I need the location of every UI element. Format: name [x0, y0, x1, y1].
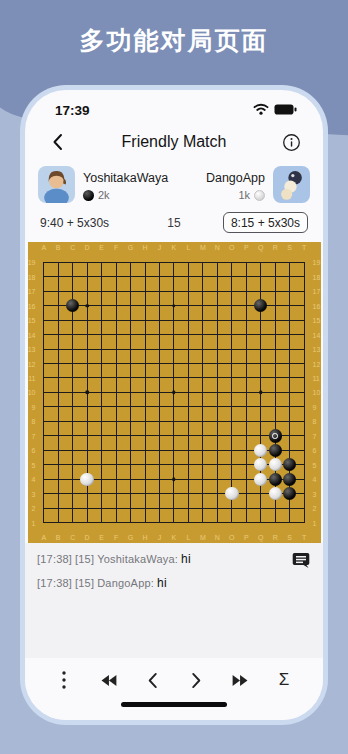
board-intersection[interactable]	[297, 400, 311, 414]
board-intersection[interactable]	[51, 443, 65, 457]
board-intersection[interactable]	[65, 487, 79, 501]
board-intersection[interactable]	[80, 313, 94, 327]
board-intersection[interactable]	[239, 487, 253, 501]
white-player-card[interactable]: DangoApp 1k	[206, 166, 310, 203]
board-intersection[interactable]	[196, 269, 210, 283]
previous-move-button[interactable]	[137, 665, 167, 695]
board-intersection[interactable]	[37, 371, 51, 385]
board-intersection[interactable]	[94, 371, 108, 385]
board-intersection[interactable]	[225, 385, 239, 399]
board-intersection[interactable]	[152, 255, 166, 269]
next-move-button[interactable]	[181, 665, 211, 695]
board-intersection[interactable]	[282, 414, 296, 428]
board-intersection[interactable]	[239, 458, 253, 472]
board-intersection[interactable]	[210, 501, 224, 515]
board-intersection[interactable]	[152, 356, 166, 370]
board-intersection[interactable]	[123, 443, 137, 457]
board-intersection[interactable]	[268, 255, 282, 269]
board-intersection[interactable]	[181, 487, 195, 501]
board-intersection[interactable]	[152, 313, 166, 327]
board-intersection[interactable]	[297, 487, 311, 501]
board-intersection[interactable]	[210, 414, 224, 428]
board-intersection[interactable]	[65, 472, 79, 486]
board-intersection[interactable]	[254, 429, 268, 443]
board-intersection[interactable]	[239, 313, 253, 327]
board-intersection[interactable]	[196, 356, 210, 370]
board-intersection[interactable]	[181, 371, 195, 385]
back-button[interactable]	[45, 130, 69, 154]
board-intersection[interactable]	[167, 487, 181, 501]
board-intersection[interactable]	[297, 269, 311, 283]
board-intersection[interactable]	[109, 327, 123, 341]
board-intersection[interactable]	[282, 385, 296, 399]
board-intersection[interactable]	[181, 472, 195, 486]
board-intersection[interactable]	[225, 515, 239, 529]
board-intersection[interactable]	[268, 385, 282, 399]
board-intersection[interactable]	[123, 515, 137, 529]
board-intersection[interactable]	[254, 487, 268, 501]
board-intersection[interactable]	[210, 400, 224, 414]
board-intersection[interactable]	[123, 342, 137, 356]
board-intersection[interactable]	[196, 284, 210, 298]
board-intersection[interactable]	[109, 487, 123, 501]
board-intersection[interactable]	[37, 487, 51, 501]
board-intersection[interactable]	[210, 284, 224, 298]
board-intersection[interactable]	[210, 298, 224, 312]
board-intersection[interactable]	[138, 414, 152, 428]
board-intersection[interactable]	[181, 269, 195, 283]
board-intersection[interactable]	[254, 385, 268, 399]
board-intersection[interactable]	[37, 342, 51, 356]
board-intersection[interactable]	[181, 515, 195, 529]
board-intersection[interactable]	[123, 371, 137, 385]
board-intersection[interactable]	[94, 487, 108, 501]
board-intersection[interactable]	[152, 501, 166, 515]
board-intersection[interactable]	[225, 356, 239, 370]
board-intersection[interactable]	[181, 400, 195, 414]
board-intersection[interactable]	[37, 472, 51, 486]
board-intersection[interactable]	[297, 472, 311, 486]
board-intersection[interactable]	[109, 414, 123, 428]
board-intersection[interactable]	[51, 515, 65, 529]
board-intersection[interactable]	[196, 371, 210, 385]
board-intersection[interactable]	[268, 400, 282, 414]
board-intersection[interactable]	[123, 255, 137, 269]
board-intersection[interactable]	[80, 284, 94, 298]
board-intersection[interactable]	[254, 313, 268, 327]
board-intersection[interactable]	[181, 327, 195, 341]
board-intersection[interactable]	[37, 400, 51, 414]
board-intersection[interactable]	[282, 443, 296, 457]
board-intersection[interactable]	[80, 298, 94, 312]
board-intersection[interactable]	[94, 255, 108, 269]
board-intersection[interactable]	[167, 342, 181, 356]
board-intersection[interactable]	[65, 443, 79, 457]
board-intersection[interactable]	[65, 501, 79, 515]
board-intersection[interactable]	[225, 298, 239, 312]
board-intersection[interactable]	[51, 501, 65, 515]
board-intersection[interactable]	[282, 371, 296, 385]
board-intersection[interactable]	[65, 429, 79, 443]
board-intersection[interactable]	[282, 472, 296, 486]
board-intersection[interactable]	[94, 284, 108, 298]
board-intersection[interactable]	[254, 269, 268, 283]
board-intersection[interactable]	[225, 342, 239, 356]
board-intersection[interactable]	[109, 429, 123, 443]
board-intersection[interactable]	[196, 501, 210, 515]
board-intersection[interactable]	[109, 501, 123, 515]
board-intersection[interactable]	[210, 255, 224, 269]
board-intersection[interactable]	[65, 371, 79, 385]
board-intersection[interactable]	[80, 371, 94, 385]
board-intersection[interactable]	[51, 487, 65, 501]
board-intersection[interactable]	[239, 385, 253, 399]
board-intersection[interactable]	[282, 356, 296, 370]
board-intersection[interactable]	[282, 298, 296, 312]
board-intersection[interactable]	[239, 414, 253, 428]
board-intersection[interactable]	[138, 255, 152, 269]
home-indicator[interactable]	[121, 702, 227, 707]
board-intersection[interactable]	[196, 458, 210, 472]
board-intersection[interactable]	[196, 429, 210, 443]
board-intersection[interactable]	[297, 356, 311, 370]
board-intersection[interactable]	[254, 414, 268, 428]
board-intersection[interactable]	[109, 472, 123, 486]
board-intersection[interactable]	[51, 414, 65, 428]
board-intersection[interactable]	[109, 269, 123, 283]
board-intersection[interactable]	[123, 313, 137, 327]
board-intersection[interactable]	[138, 356, 152, 370]
board-intersection[interactable]	[268, 327, 282, 341]
board-intersection[interactable]	[225, 414, 239, 428]
board-intersection[interactable]	[282, 400, 296, 414]
board-intersection[interactable]	[37, 515, 51, 529]
board-intersection[interactable]	[152, 269, 166, 283]
board-intersection[interactable]	[210, 342, 224, 356]
board-intersection[interactable]	[51, 458, 65, 472]
board-intersection[interactable]	[94, 443, 108, 457]
board-intersection[interactable]	[225, 472, 239, 486]
board-intersection[interactable]	[210, 458, 224, 472]
board-intersection[interactable]	[167, 269, 181, 283]
board-intersection[interactable]	[51, 400, 65, 414]
board-intersection[interactable]	[80, 414, 94, 428]
board-intersection[interactable]	[94, 458, 108, 472]
board-intersection[interactable]	[181, 313, 195, 327]
board-intersection[interactable]	[37, 269, 51, 283]
board-intersection[interactable]	[109, 342, 123, 356]
board-intersection[interactable]	[80, 327, 94, 341]
board-intersection[interactable]	[225, 284, 239, 298]
board-intersection[interactable]	[282, 255, 296, 269]
board-intersection[interactable]	[138, 284, 152, 298]
board-intersection[interactable]	[210, 327, 224, 341]
board-intersection[interactable]	[181, 284, 195, 298]
board-intersection[interactable]	[239, 400, 253, 414]
board-intersection[interactable]	[210, 371, 224, 385]
board-intersection[interactable]	[196, 342, 210, 356]
board-intersection[interactable]	[65, 342, 79, 356]
board-intersection[interactable]	[268, 487, 282, 501]
board-intersection[interactable]	[138, 298, 152, 312]
board-intersection[interactable]	[123, 284, 137, 298]
board-intersection[interactable]	[138, 269, 152, 283]
board-intersection[interactable]	[297, 515, 311, 529]
board-intersection[interactable]	[196, 385, 210, 399]
board-intersection[interactable]	[268, 313, 282, 327]
board-intersection[interactable]	[196, 313, 210, 327]
board-intersection[interactable]	[167, 472, 181, 486]
board-intersection[interactable]	[254, 472, 268, 486]
board-intersection[interactable]	[152, 298, 166, 312]
board-intersection[interactable]	[138, 487, 152, 501]
board-intersection[interactable]	[80, 342, 94, 356]
board-intersection[interactable]	[123, 487, 137, 501]
board-intersection[interactable]	[254, 327, 268, 341]
board-intersection[interactable]	[167, 327, 181, 341]
board-intersection[interactable]	[37, 313, 51, 327]
board-intersection[interactable]	[94, 269, 108, 283]
board-intersection[interactable]	[282, 515, 296, 529]
board-intersection[interactable]	[94, 501, 108, 515]
board-intersection[interactable]	[152, 515, 166, 529]
board-intersection[interactable]	[167, 429, 181, 443]
board-intersection[interactable]	[297, 501, 311, 515]
board-intersection[interactable]	[282, 487, 296, 501]
board-intersection[interactable]	[282, 269, 296, 283]
board-intersection[interactable]	[65, 327, 79, 341]
board-intersection[interactable]	[239, 284, 253, 298]
board-intersection[interactable]	[123, 298, 137, 312]
board-intersection[interactable]	[268, 443, 282, 457]
board-intersection[interactable]	[282, 458, 296, 472]
board-intersection[interactable]	[138, 327, 152, 341]
board-intersection[interactable]	[181, 255, 195, 269]
board-intersection[interactable]	[239, 429, 253, 443]
board-intersection[interactable]	[138, 443, 152, 457]
board-intersection[interactable]	[210, 515, 224, 529]
board-intersection[interactable]	[109, 356, 123, 370]
board-intersection[interactable]	[297, 298, 311, 312]
board-intersection[interactable]	[297, 284, 311, 298]
board-intersection[interactable]	[80, 501, 94, 515]
board-intersection[interactable]	[167, 443, 181, 457]
board-intersection[interactable]	[37, 385, 51, 399]
board-intersection[interactable]	[210, 429, 224, 443]
board-intersection[interactable]	[196, 515, 210, 529]
board-intersection[interactable]	[109, 313, 123, 327]
board-intersection[interactable]	[152, 414, 166, 428]
board-intersection[interactable]	[239, 327, 253, 341]
board-intersection[interactable]	[181, 429, 195, 443]
board-intersection[interactable]	[109, 371, 123, 385]
board-intersection[interactable]	[138, 515, 152, 529]
board-intersection[interactable]	[37, 356, 51, 370]
score-estimate-button[interactable]: Σ	[269, 665, 299, 695]
board-intersection[interactable]	[152, 443, 166, 457]
board-intersection[interactable]	[196, 443, 210, 457]
board-intersection[interactable]	[138, 501, 152, 515]
board-intersection[interactable]	[282, 501, 296, 515]
board-intersection[interactable]	[80, 458, 94, 472]
board-intersection[interactable]	[123, 269, 137, 283]
board-intersection[interactable]	[181, 501, 195, 515]
board-intersection[interactable]	[297, 458, 311, 472]
board-intersection[interactable]	[268, 472, 282, 486]
board-intersection[interactable]	[196, 414, 210, 428]
board-intersection[interactable]	[94, 414, 108, 428]
board-intersection[interactable]	[138, 313, 152, 327]
board-intersection[interactable]	[65, 400, 79, 414]
board-intersection[interactable]	[297, 414, 311, 428]
board-intersection[interactable]	[51, 342, 65, 356]
board-intersection[interactable]	[167, 400, 181, 414]
board-intersection[interactable]	[254, 284, 268, 298]
board-intersection[interactable]	[268, 414, 282, 428]
board-intersection[interactable]	[225, 501, 239, 515]
board-intersection[interactable]	[51, 371, 65, 385]
board-intersection[interactable]	[94, 313, 108, 327]
board-intersection[interactable]	[210, 313, 224, 327]
board-intersection[interactable]	[152, 327, 166, 341]
board-intersection[interactable]	[297, 255, 311, 269]
board-intersection[interactable]	[167, 356, 181, 370]
board-intersection[interactable]	[268, 371, 282, 385]
board-intersection[interactable]	[109, 515, 123, 529]
board-intersection[interactable]	[254, 342, 268, 356]
board-intersection[interactable]	[80, 269, 94, 283]
board-intersection[interactable]	[239, 298, 253, 312]
board-intersection[interactable]	[210, 487, 224, 501]
rewind-to-start-button[interactable]	[93, 665, 123, 695]
board-intersection[interactable]	[51, 472, 65, 486]
board-intersection[interactable]	[94, 400, 108, 414]
board-intersection[interactable]	[181, 298, 195, 312]
board-intersection[interactable]	[225, 400, 239, 414]
board-intersection[interactable]	[37, 443, 51, 457]
board-intersection[interactable]	[167, 414, 181, 428]
board-intersection[interactable]	[225, 458, 239, 472]
board-intersection[interactable]	[65, 255, 79, 269]
board-intersection[interactable]	[37, 255, 51, 269]
board-intersection[interactable]	[109, 298, 123, 312]
board-intersection[interactable]	[167, 515, 181, 529]
board-intersection[interactable]	[239, 356, 253, 370]
board-intersection[interactable]	[80, 385, 94, 399]
board-intersection[interactable]	[254, 371, 268, 385]
board-intersection[interactable]	[225, 371, 239, 385]
board-intersection[interactable]	[37, 284, 51, 298]
board-intersection[interactable]	[225, 313, 239, 327]
board-intersection[interactable]	[254, 356, 268, 370]
board-intersection[interactable]	[65, 458, 79, 472]
board-intersection[interactable]	[167, 501, 181, 515]
board-intersection[interactable]	[138, 385, 152, 399]
board-intersection[interactable]	[80, 255, 94, 269]
board-intersection[interactable]	[225, 269, 239, 283]
board-intersection[interactable]	[167, 298, 181, 312]
chat-bubble-icon[interactable]	[290, 552, 312, 572]
board-intersection[interactable]	[65, 414, 79, 428]
board-intersection[interactable]	[268, 458, 282, 472]
board-intersection[interactable]	[123, 414, 137, 428]
board-intersection[interactable]	[268, 515, 282, 529]
board-intersection[interactable]	[94, 429, 108, 443]
board-intersection[interactable]	[239, 342, 253, 356]
board-intersection[interactable]	[80, 472, 94, 486]
board-intersection[interactable]	[268, 501, 282, 515]
board-intersection[interactable]	[109, 400, 123, 414]
board-intersection[interactable]	[239, 472, 253, 486]
board-intersection[interactable]	[152, 429, 166, 443]
board-intersection[interactable]	[51, 255, 65, 269]
board-intersection[interactable]	[138, 429, 152, 443]
board-intersection[interactable]	[254, 458, 268, 472]
board-intersection[interactable]	[109, 385, 123, 399]
board-intersection[interactable]	[181, 443, 195, 457]
board-intersection[interactable]	[254, 501, 268, 515]
board-intersection[interactable]	[152, 400, 166, 414]
board-intersection[interactable]	[297, 443, 311, 457]
board-intersection[interactable]	[51, 313, 65, 327]
board-intersection[interactable]	[210, 385, 224, 399]
board-intersection[interactable]	[94, 385, 108, 399]
board-intersection[interactable]	[282, 313, 296, 327]
board-intersection[interactable]	[94, 356, 108, 370]
board-intersection[interactable]	[181, 356, 195, 370]
board-intersection[interactable]	[94, 472, 108, 486]
board-intersection[interactable]	[181, 342, 195, 356]
board-intersection[interactable]	[196, 472, 210, 486]
board-intersection[interactable]	[210, 472, 224, 486]
board-intersection[interactable]	[51, 385, 65, 399]
board-intersection[interactable]	[123, 327, 137, 341]
board-intersection[interactable]	[282, 284, 296, 298]
board-intersection[interactable]	[297, 313, 311, 327]
board-intersection[interactable]	[254, 255, 268, 269]
board-intersection[interactable]	[109, 284, 123, 298]
board-intersection[interactable]	[94, 342, 108, 356]
board-intersection[interactable]	[239, 255, 253, 269]
board-intersection[interactable]	[268, 269, 282, 283]
board-intersection[interactable]	[239, 443, 253, 457]
board-intersection[interactable]	[282, 327, 296, 341]
board-intersection[interactable]	[37, 429, 51, 443]
board-intersection[interactable]	[225, 487, 239, 501]
board-intersection[interactable]	[138, 400, 152, 414]
board-intersection[interactable]	[254, 515, 268, 529]
board-intersection[interactable]	[152, 385, 166, 399]
board-intersection[interactable]	[254, 443, 268, 457]
board-intersection[interactable]	[51, 429, 65, 443]
board-intersection[interactable]	[181, 458, 195, 472]
board-intersection[interactable]	[297, 385, 311, 399]
info-button[interactable]	[279, 130, 303, 154]
board-intersection[interactable]	[109, 255, 123, 269]
board-intersection[interactable]	[80, 429, 94, 443]
board-intersection[interactable]	[210, 356, 224, 370]
board-intersection[interactable]	[123, 385, 137, 399]
board-intersection[interactable]	[282, 429, 296, 443]
board-intersection[interactable]	[297, 342, 311, 356]
board-intersection[interactable]	[152, 342, 166, 356]
board-intersection[interactable]	[167, 284, 181, 298]
board-intersection[interactable]	[268, 298, 282, 312]
board-intersection[interactable]	[138, 472, 152, 486]
board-intersection[interactable]	[268, 342, 282, 356]
board-intersection[interactable]	[167, 458, 181, 472]
board-intersection[interactable]	[65, 284, 79, 298]
